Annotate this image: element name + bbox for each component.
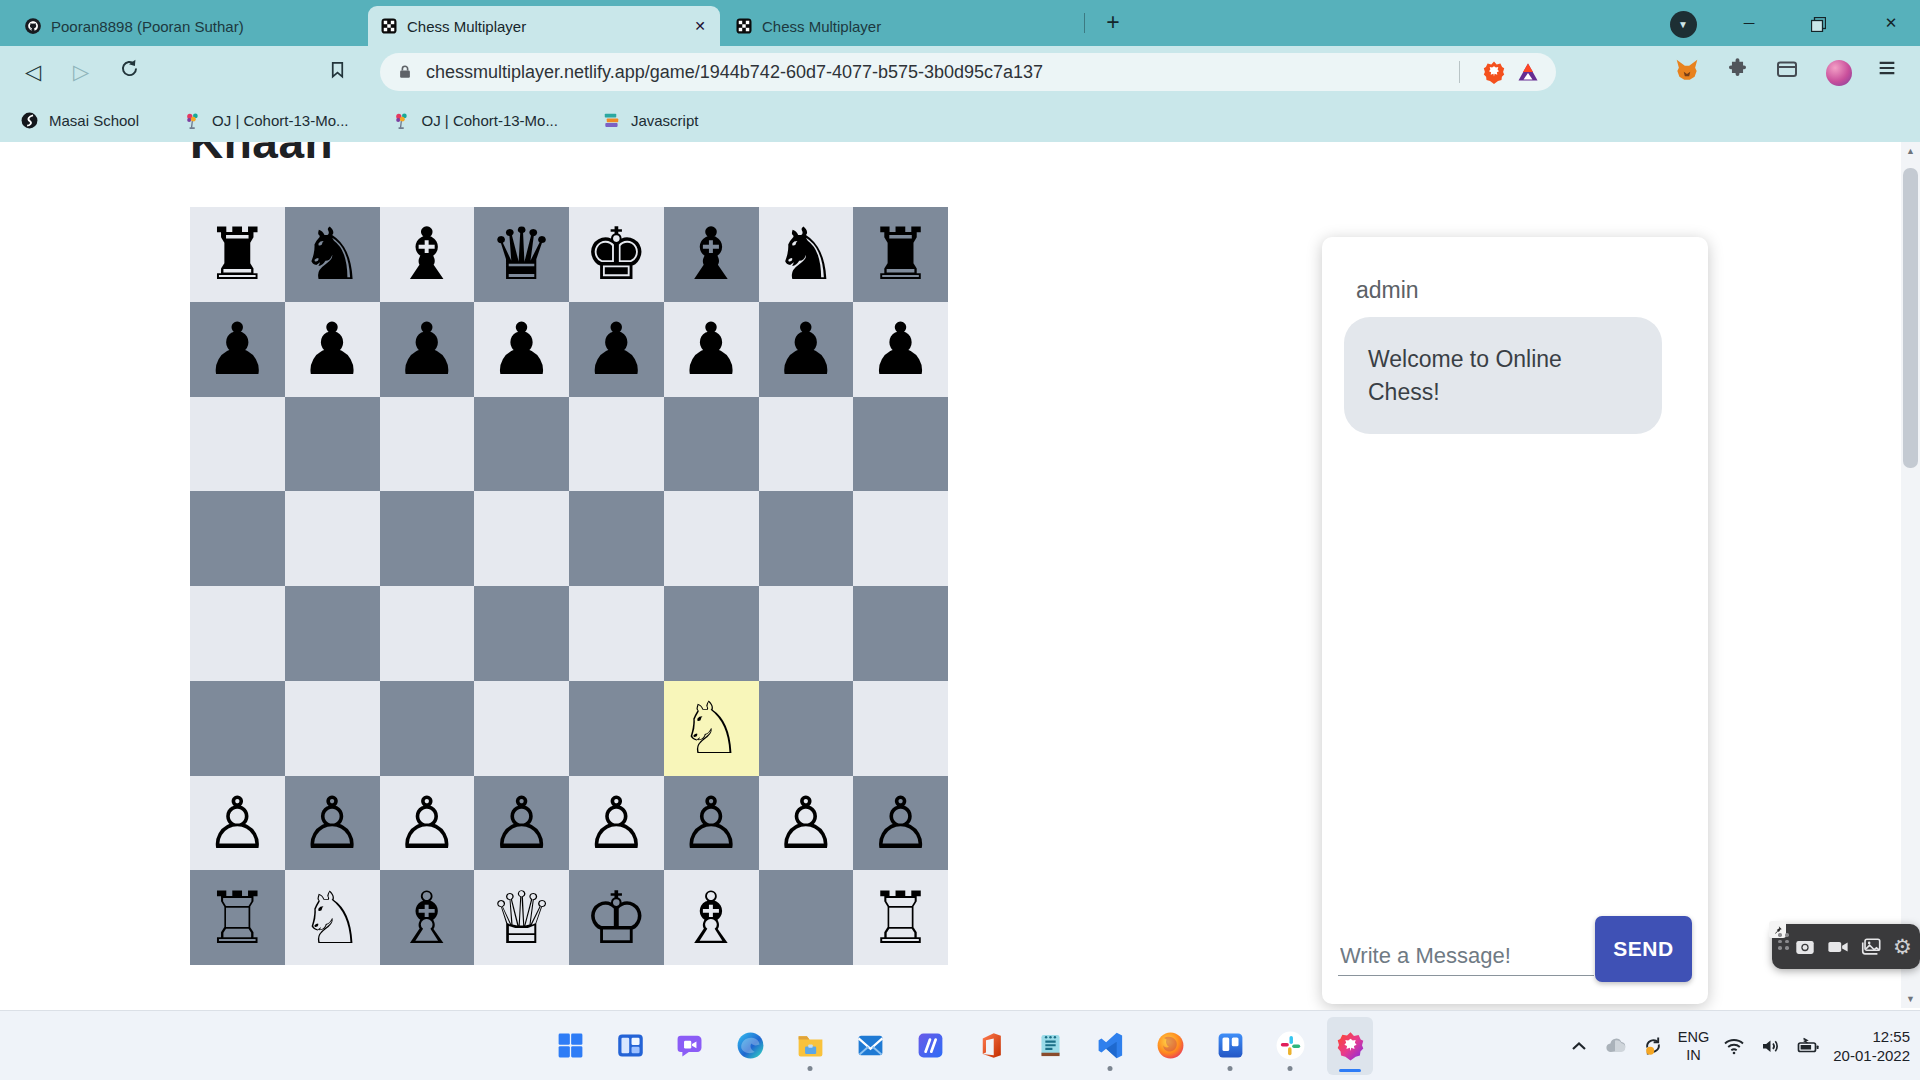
square-h3[interactable]: [853, 681, 948, 776]
square-a5[interactable]: [190, 491, 285, 586]
square-e1[interactable]: ♔: [569, 870, 664, 965]
github-favicon-icon: [24, 17, 42, 35]
taskbar-file-explorer-icon[interactable]: [787, 1017, 833, 1075]
edge-icon: [735, 1030, 766, 1061]
white-piece-b2: ♙: [300, 776, 365, 870]
battery-icon[interactable]: [1796, 1034, 1820, 1058]
chessboard-favicon-icon: [380, 17, 398, 35]
gallery-icon[interactable]: [1860, 936, 1882, 958]
square-b4[interactable]: [285, 586, 380, 681]
white-piece-h1: ♖: [868, 871, 933, 965]
taskbar-firefox-icon[interactable]: [1147, 1017, 1193, 1075]
back-button[interactable]: ◁: [18, 57, 48, 87]
black-piece-h7: ♟: [868, 302, 933, 396]
black-piece-b8: ♞: [300, 207, 365, 301]
chat-message-bubble: Welcome to Online Chess!: [1344, 317, 1662, 434]
scroll-down-arrow[interactable]: ▼: [1901, 990, 1920, 1008]
white-piece-c2: ♙: [395, 776, 460, 870]
books-icon: [602, 111, 621, 130]
forward-button[interactable]: ▷: [66, 57, 96, 87]
white-piece-e2: ♙: [584, 776, 649, 870]
chevron-down-icon: ▼: [1670, 11, 1697, 38]
lock-icon: [396, 63, 414, 81]
square-h4[interactable]: [853, 586, 948, 681]
square-f1[interactable]: ♗: [664, 870, 759, 965]
square-b1[interactable]: ♘: [285, 870, 380, 965]
white-piece-f3: ♘: [679, 681, 744, 775]
square-b5[interactable]: [285, 491, 380, 586]
gear-icon[interactable]: ⚙: [1893, 936, 1912, 958]
black-piece-a7: ♟: [205, 302, 270, 396]
square-g6[interactable]: [759, 397, 854, 492]
trello-icon: [1215, 1030, 1246, 1061]
hidden-icons-chevron[interactable]: [1567, 1034, 1591, 1058]
browser-tab-1[interactable]: Pooran8898 (Pooran Suthar): [12, 6, 365, 46]
tab-title: Chess Multiplayer: [407, 18, 683, 35]
black-piece-g7: ♟: [774, 302, 839, 396]
white-piece-c1: ♗: [395, 871, 460, 965]
send-button[interactable]: SEND: [1595, 916, 1692, 982]
square-d1[interactable]: ♕: [474, 870, 569, 965]
square-b6[interactable]: [285, 397, 380, 492]
square-a8[interactable]: ♜: [190, 207, 285, 302]
square-h6[interactable]: [853, 397, 948, 492]
bookmark-item-2[interactable]: OJ | Cohort-13-Mo...: [183, 111, 348, 130]
black-piece-b7: ♟: [300, 302, 365, 396]
url-text: chessmultiplayer.netlify.app/game/1944b7…: [426, 62, 1447, 83]
white-piece-h2: ♙: [868, 776, 933, 870]
square-c8[interactable]: ♝: [380, 207, 475, 302]
page-scrollbar[interactable]: ▲ ▼: [1901, 142, 1920, 1008]
slashes-app-icon: [915, 1030, 946, 1061]
balloon-icon: [183, 111, 202, 130]
brave-shield-icon[interactable]: [1482, 60, 1506, 84]
black-piece-h8: ♜: [868, 207, 933, 301]
white-piece-a1: ♖: [205, 871, 270, 965]
black-piece-e8: ♚: [584, 207, 649, 301]
square-g1[interactable]: [759, 870, 854, 965]
close-tab-icon[interactable]: ✕: [692, 18, 708, 34]
black-piece-d8: ♛: [489, 207, 554, 301]
white-piece-e1: ♔: [584, 871, 649, 965]
black-piece-e7: ♟: [584, 302, 649, 396]
camera-icon[interactable]: [1794, 936, 1816, 958]
square-e4[interactable]: [569, 586, 664, 681]
square-f6[interactable]: [664, 397, 759, 492]
globe-icon: [20, 111, 39, 130]
white-piece-d1: ♕: [489, 871, 554, 965]
bookmark-icon[interactable]: [322, 57, 352, 87]
bookmark-label: Javascript: [631, 112, 699, 129]
square-g5[interactable]: [759, 491, 854, 586]
square-e2[interactable]: ♙: [569, 776, 664, 871]
square-f3[interactable]: ♘: [664, 681, 759, 776]
square-b8[interactable]: ♞: [285, 207, 380, 302]
square-c1[interactable]: ♗: [380, 870, 475, 965]
page-content: Khaan ♜♞♝♛♚♝♞♜♟♟♟♟♟♟♟♟♘♙♙♙♙♙♙♙♙♖♘♗♕♔♗♖ a…: [0, 142, 1920, 1010]
slack-icon: [1275, 1030, 1306, 1061]
square-h1[interactable]: ♖: [853, 870, 948, 965]
metamask-icon[interactable]: [1672, 57, 1702, 87]
language-indicator[interactable]: ENGIN: [1678, 1028, 1709, 1064]
square-c3[interactable]: [380, 681, 475, 776]
scroll-up-arrow[interactable]: ▲: [1901, 142, 1920, 160]
taskbar-office-icon[interactable]: [967, 1017, 1013, 1075]
square-a2[interactable]: ♙: [190, 776, 285, 871]
taskbar-mail-icon[interactable]: [847, 1017, 893, 1075]
brave-icon: [1335, 1030, 1366, 1061]
square-h2[interactable]: ♙: [853, 776, 948, 871]
taskbar-trello-icon[interactable]: [1207, 1017, 1253, 1075]
balloon-icon: [392, 111, 411, 130]
square-f8[interactable]: ♝: [664, 207, 759, 302]
square-f5[interactable]: [664, 491, 759, 586]
screen-capture-toolbar: ⚙: [1772, 924, 1920, 969]
bookmark-item-3[interactable]: OJ | Cohort-13-Mo...: [392, 111, 557, 130]
teams-chat-icon: [675, 1030, 706, 1061]
black-piece-c8: ♝: [395, 207, 460, 301]
taskbar-edge-icon[interactable]: [727, 1017, 773, 1075]
running-indicator: [1288, 1066, 1293, 1071]
square-g4[interactable]: [759, 586, 854, 681]
active-indicator: [1339, 1069, 1361, 1072]
square-a4[interactable]: [190, 586, 285, 681]
running-indicator: [808, 1066, 813, 1071]
square-e7[interactable]: ♟: [569, 302, 664, 397]
square-a1[interactable]: ♖: [190, 870, 285, 965]
menu-icon[interactable]: [1872, 57, 1902, 87]
mail-icon: [855, 1030, 886, 1061]
sync-update-icon[interactable]: [1641, 1034, 1665, 1058]
tab-search-button[interactable]: ▼: [1668, 8, 1698, 38]
start-icon: [555, 1030, 586, 1061]
chessboard-favicon-icon: [735, 17, 753, 35]
running-indicator: [1108, 1066, 1113, 1071]
black-piece-f7: ♟: [679, 302, 744, 396]
white-piece-b1: ♘: [300, 871, 365, 965]
square-c2[interactable]: ♙: [380, 776, 475, 871]
taskbar-slack-icon[interactable]: [1267, 1017, 1313, 1075]
black-piece-f8: ♝: [679, 207, 744, 301]
video-record-icon[interactable]: [1827, 936, 1849, 958]
square-e5[interactable]: [569, 491, 664, 586]
square-g7[interactable]: ♟: [759, 302, 854, 397]
file-explorer-icon: [795, 1030, 826, 1061]
square-a7[interactable]: ♟: [190, 302, 285, 397]
square-g3[interactable]: [759, 681, 854, 776]
drag-handle-dots[interactable]: [1778, 933, 1789, 950]
square-d6[interactable]: [474, 397, 569, 492]
white-piece-d2: ♙: [489, 776, 554, 870]
addressbar-divider: [1459, 61, 1460, 83]
firefox-icon: [1155, 1030, 1186, 1061]
avatar: [1826, 60, 1852, 86]
browser-tab-3[interactable]: Chess Multiplayer: [723, 6, 1075, 46]
square-f2[interactable]: ♙: [664, 776, 759, 871]
square-c5[interactable]: [380, 491, 475, 586]
taskbar-vscode-icon[interactable]: [1087, 1017, 1133, 1075]
square-f7[interactable]: ♟: [664, 302, 759, 397]
black-piece-g8: ♞: [774, 207, 839, 301]
square-d2[interactable]: ♙: [474, 776, 569, 871]
browser-tab-bar: Pooran8898 (Pooran Suthar)Chess Multipla…: [0, 0, 1920, 46]
wallet-icon[interactable]: [1772, 57, 1802, 87]
office-icon: [975, 1030, 1006, 1061]
square-e8[interactable]: ♚: [569, 207, 664, 302]
black-piece-c7: ♟: [395, 302, 460, 396]
minimize-button[interactable]: ─: [1734, 8, 1764, 38]
new-tab-button[interactable]: +: [1098, 8, 1128, 38]
system-tray: ENGIN 12:5520-01-2022: [1567, 1011, 1910, 1080]
white-piece-f1: ♗: [679, 871, 744, 965]
bookmark-label: Masai School: [49, 112, 139, 129]
tab-title: Chess Multiplayer: [762, 18, 1063, 35]
maximize-button[interactable]: [1803, 8, 1833, 38]
taskbar-clock[interactable]: 12:5520-01-2022: [1833, 1027, 1910, 1066]
black-piece-a8: ♜: [205, 207, 270, 301]
task-view-icon: [615, 1030, 646, 1061]
square-a3[interactable]: [190, 681, 285, 776]
square-d5[interactable]: [474, 491, 569, 586]
chat-panel: admin Welcome to Online Chess! SEND: [1322, 237, 1708, 1004]
square-g2[interactable]: ♙: [759, 776, 854, 871]
reload-button[interactable]: [114, 57, 144, 87]
square-f4[interactable]: [664, 586, 759, 681]
bookmark-item-1[interactable]: Masai School: [20, 111, 139, 130]
taskbar-teams-chat-icon[interactable]: [667, 1017, 713, 1075]
taskbar-task-view-icon[interactable]: [607, 1017, 653, 1075]
square-h5[interactable]: [853, 491, 948, 586]
windows-taskbar: ENGIN 12:5520-01-2022: [0, 1010, 1920, 1080]
taskbar-notes-app-icon[interactable]: [1027, 1017, 1073, 1075]
wifi-icon[interactable]: [1722, 1034, 1746, 1058]
chess-board: ♜♞♝♛♚♝♞♜♟♟♟♟♟♟♟♟♘♙♙♙♙♙♙♙♙♖♘♗♕♔♗♖: [190, 207, 948, 965]
square-b7[interactable]: ♟: [285, 302, 380, 397]
square-c4[interactable]: [380, 586, 475, 681]
white-piece-f2: ♙: [679, 776, 744, 870]
address-bar[interactable]: chessmultiplayer.netlify.app/game/1944b7…: [380, 53, 1556, 91]
bookmark-label: OJ | Cohort-13-Mo...: [212, 112, 348, 129]
square-g8[interactable]: ♞: [759, 207, 854, 302]
square-d4[interactable]: [474, 586, 569, 681]
square-b2[interactable]: ♙: [285, 776, 380, 871]
square-h7[interactable]: ♟: [853, 302, 948, 397]
white-piece-a2: ♙: [205, 776, 270, 870]
black-piece-d7: ♟: [489, 302, 554, 396]
onedrive-cloud-icon[interactable]: [1604, 1034, 1628, 1058]
speaker-icon[interactable]: [1759, 1034, 1783, 1058]
browser-toolbar: ◁ ▷ chessmultiplayer.netlify.app/game/19…: [0, 46, 1920, 98]
bat-rewards-icon[interactable]: [1516, 60, 1540, 84]
chat-sender: admin: [1356, 277, 1419, 304]
taskbar-brave-icon[interactable]: [1327, 1017, 1373, 1075]
tab-title: Pooran8898 (Pooran Suthar): [51, 18, 353, 35]
browser-tab-2[interactable]: Chess Multiplayer✕: [368, 6, 720, 46]
bookmark-item-4[interactable]: Javascript: [602, 111, 699, 130]
vscode-icon: [1095, 1030, 1126, 1061]
player-name-heading: Khaan: [190, 142, 610, 166]
close-window-button[interactable]: ✕: [1876, 8, 1906, 38]
square-d8[interactable]: ♛: [474, 207, 569, 302]
square-d7[interactable]: ♟: [474, 302, 569, 397]
square-c6[interactable]: [380, 397, 475, 492]
square-a6[interactable]: [190, 397, 285, 492]
extensions-icon[interactable]: [1722, 57, 1752, 87]
tab-divider: [1084, 13, 1085, 33]
square-c7[interactable]: ♟: [380, 302, 475, 397]
square-e3[interactable]: [569, 681, 664, 776]
bookmark-label: OJ | Cohort-13-Mo...: [421, 112, 557, 129]
square-h8[interactable]: ♜: [853, 207, 948, 302]
square-d3[interactable]: [474, 681, 569, 776]
taskbar-start-icon[interactable]: [547, 1017, 593, 1075]
chat-message-input[interactable]: [1338, 937, 1594, 976]
taskbar-slashes-app-icon[interactable]: [907, 1017, 953, 1075]
scrollbar-thumb[interactable]: [1903, 168, 1918, 468]
running-indicator: [1228, 1066, 1233, 1071]
white-piece-g2: ♙: [774, 776, 839, 870]
square-e6[interactable]: [569, 397, 664, 492]
profile-avatar[interactable]: [1824, 57, 1854, 87]
square-b3[interactable]: [285, 681, 380, 776]
notes-app-icon: [1035, 1030, 1066, 1061]
bookmarks-bar: Masai SchoolOJ | Cohort-13-Mo...OJ | Coh…: [0, 98, 1920, 142]
